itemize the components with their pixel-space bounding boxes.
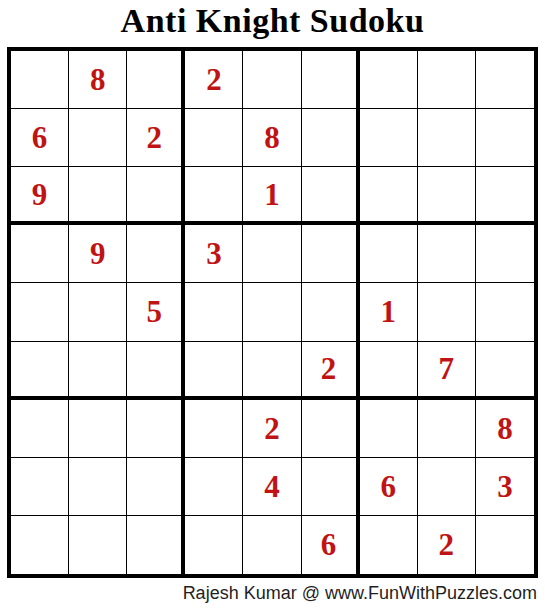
cell-r3c4[interactable] bbox=[185, 167, 243, 225]
cell-r7c4[interactable] bbox=[185, 400, 243, 458]
cell-r8c2[interactable] bbox=[69, 458, 127, 516]
cell-r8c7: 6 bbox=[360, 458, 418, 516]
cell-r7c1[interactable] bbox=[11, 400, 69, 458]
cell-r6c2[interactable] bbox=[69, 342, 127, 400]
cell-r1c4: 2 bbox=[185, 51, 243, 109]
cell-r5c7: 1 bbox=[360, 283, 418, 341]
cell-r5c8[interactable] bbox=[418, 283, 476, 341]
cell-r9c8: 2 bbox=[418, 516, 476, 574]
cell-r7c6[interactable] bbox=[302, 400, 360, 458]
cell-r9c3[interactable] bbox=[127, 516, 185, 574]
cell-r5c5[interactable] bbox=[243, 283, 301, 341]
cell-r1c7[interactable] bbox=[360, 51, 418, 109]
cell-r9c5[interactable] bbox=[243, 516, 301, 574]
cell-r9c4[interactable] bbox=[185, 516, 243, 574]
cell-r4c5[interactable] bbox=[243, 225, 301, 283]
cell-r4c6[interactable] bbox=[302, 225, 360, 283]
page-title: Anti Knight Sudoku bbox=[0, 2, 545, 40]
cell-r7c2[interactable] bbox=[69, 400, 127, 458]
cell-r6c9[interactable] bbox=[476, 342, 534, 400]
cell-r7c5: 2 bbox=[243, 400, 301, 458]
cell-r8c9: 3 bbox=[476, 458, 534, 516]
cell-r9c1[interactable] bbox=[11, 516, 69, 574]
cell-r6c6: 2 bbox=[302, 342, 360, 400]
cell-r1c9[interactable] bbox=[476, 51, 534, 109]
cell-r6c7[interactable] bbox=[360, 342, 418, 400]
cell-r2c8[interactable] bbox=[418, 109, 476, 167]
cell-r8c3[interactable] bbox=[127, 458, 185, 516]
cell-r5c1[interactable] bbox=[11, 283, 69, 341]
cell-r9c7[interactable] bbox=[360, 516, 418, 574]
cell-r2c1: 6 bbox=[11, 109, 69, 167]
sudoku-board: 82628919351272846362 bbox=[7, 47, 538, 578]
cell-r4c1[interactable] bbox=[11, 225, 69, 283]
cell-r2c4[interactable] bbox=[185, 109, 243, 167]
cell-r8c6[interactable] bbox=[302, 458, 360, 516]
cell-r1c8[interactable] bbox=[418, 51, 476, 109]
cell-r3c9[interactable] bbox=[476, 167, 534, 225]
cell-r2c7[interactable] bbox=[360, 109, 418, 167]
cell-r8c5: 4 bbox=[243, 458, 301, 516]
cell-r2c9[interactable] bbox=[476, 109, 534, 167]
cell-r4c7[interactable] bbox=[360, 225, 418, 283]
cell-r9c9[interactable] bbox=[476, 516, 534, 574]
cell-r7c7[interactable] bbox=[360, 400, 418, 458]
cell-r4c8[interactable] bbox=[418, 225, 476, 283]
cell-r4c3[interactable] bbox=[127, 225, 185, 283]
cell-r4c9[interactable] bbox=[476, 225, 534, 283]
credit-line: Rajesh Kumar @ www.FunWithPuzzles.com bbox=[7, 583, 537, 604]
cell-r3c6[interactable] bbox=[302, 167, 360, 225]
cell-r5c9[interactable] bbox=[476, 283, 534, 341]
cell-r6c3[interactable] bbox=[127, 342, 185, 400]
cell-r3c8[interactable] bbox=[418, 167, 476, 225]
cell-r6c4[interactable] bbox=[185, 342, 243, 400]
cell-r6c1[interactable] bbox=[11, 342, 69, 400]
cell-r1c3[interactable] bbox=[127, 51, 185, 109]
cell-r3c1: 9 bbox=[11, 167, 69, 225]
cell-r2c2[interactable] bbox=[69, 109, 127, 167]
cell-r1c1[interactable] bbox=[11, 51, 69, 109]
cell-r4c4: 3 bbox=[185, 225, 243, 283]
cell-r8c8[interactable] bbox=[418, 458, 476, 516]
cell-r3c3[interactable] bbox=[127, 167, 185, 225]
cell-r1c2: 8 bbox=[69, 51, 127, 109]
cell-r9c2[interactable] bbox=[69, 516, 127, 574]
cell-r8c4[interactable] bbox=[185, 458, 243, 516]
cell-r5c3: 5 bbox=[127, 283, 185, 341]
cell-r7c9: 8 bbox=[476, 400, 534, 458]
cell-r3c5: 1 bbox=[243, 167, 301, 225]
cell-r1c6[interactable] bbox=[302, 51, 360, 109]
cell-r9c6: 6 bbox=[302, 516, 360, 574]
cell-r3c2[interactable] bbox=[69, 167, 127, 225]
cell-r6c8: 7 bbox=[418, 342, 476, 400]
cell-r6c5[interactable] bbox=[243, 342, 301, 400]
cell-r2c6[interactable] bbox=[302, 109, 360, 167]
cell-r5c4[interactable] bbox=[185, 283, 243, 341]
cell-r1c5[interactable] bbox=[243, 51, 301, 109]
cell-r5c6[interactable] bbox=[302, 283, 360, 341]
cell-r2c5: 8 bbox=[243, 109, 301, 167]
cell-r2c3: 2 bbox=[127, 109, 185, 167]
cell-r7c8[interactable] bbox=[418, 400, 476, 458]
cell-r8c1[interactable] bbox=[11, 458, 69, 516]
cell-r7c3[interactable] bbox=[127, 400, 185, 458]
cell-r5c2[interactable] bbox=[69, 283, 127, 341]
cell-r3c7[interactable] bbox=[360, 167, 418, 225]
cell-r4c2: 9 bbox=[69, 225, 127, 283]
